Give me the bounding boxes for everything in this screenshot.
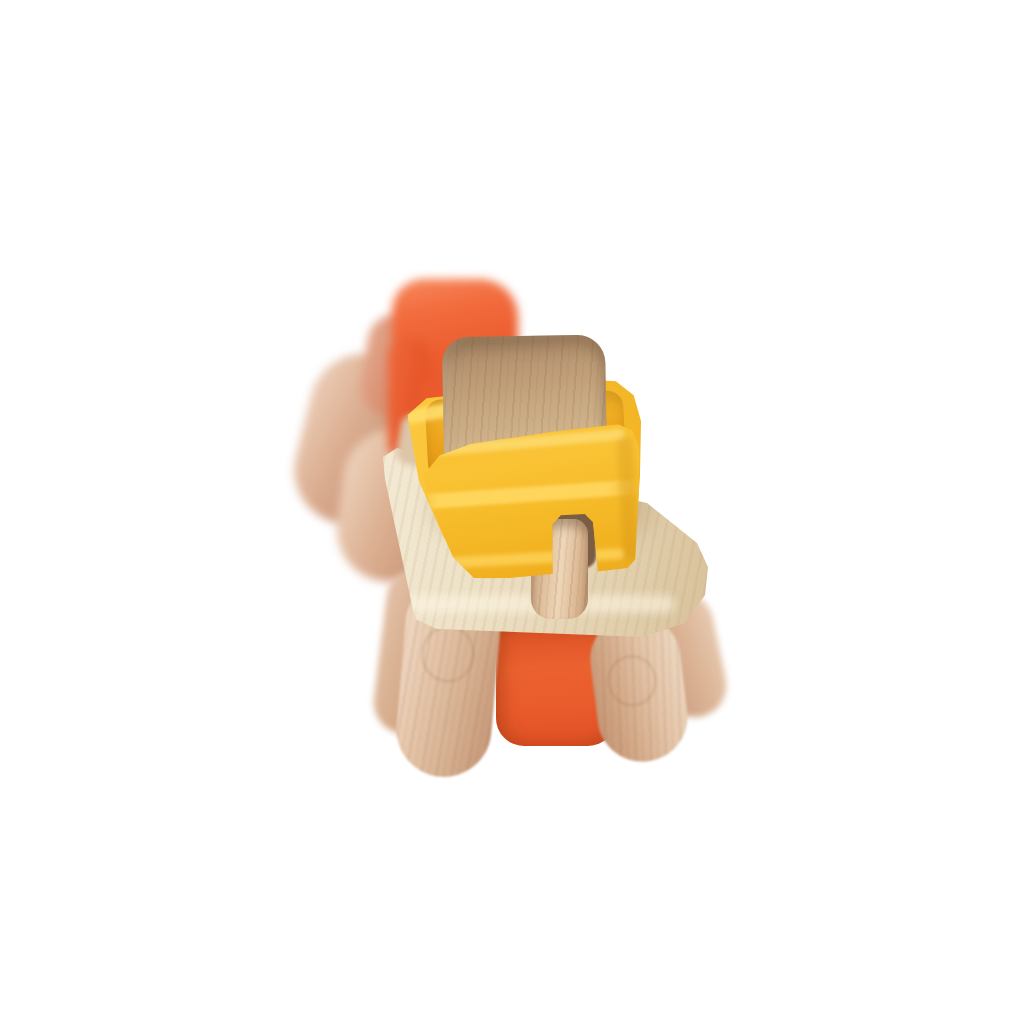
stern-right-shade: [617, 437, 639, 560]
stern-bottom-bevel: [445, 548, 625, 568]
product-photo: [0, 0, 1024, 1024]
stern-chamfer-ridge: [411, 479, 641, 510]
wood-knot: [419, 623, 478, 685]
wood-knot: [604, 652, 660, 710]
